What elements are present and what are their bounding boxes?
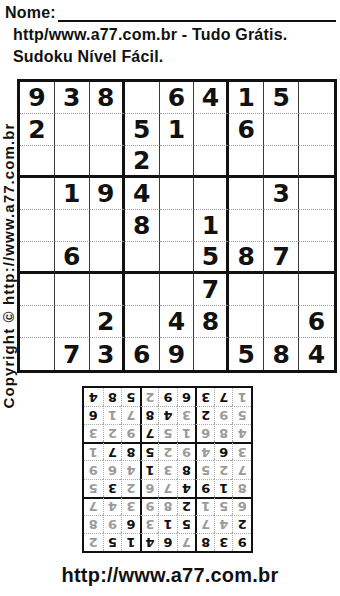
- solution-cell: 3: [195, 388, 214, 406]
- solution-cell: 9: [158, 388, 177, 406]
- solution-cell: 6: [232, 497, 251, 515]
- puzzle-cell: [90, 274, 125, 306]
- puzzle-cell: 3: [90, 338, 125, 370]
- solution-cell: 8: [158, 497, 177, 515]
- solution-cell: 4: [103, 497, 122, 515]
- solution-cell: 2: [177, 497, 196, 515]
- puzzle-cell: [125, 242, 160, 274]
- puzzle-cell: [264, 146, 299, 178]
- solution-cell: 9: [103, 515, 122, 533]
- solution-cell: 1: [121, 533, 140, 551]
- puzzle-cell: [125, 274, 160, 306]
- solution-cell: 9: [121, 424, 140, 442]
- solution-cell: 7: [121, 406, 140, 424]
- solution-cell: 6: [103, 460, 122, 478]
- puzzle-cell: 2: [90, 306, 125, 338]
- solution-cell: 2: [103, 424, 122, 442]
- puzzle-cell: [125, 82, 160, 114]
- solution-cell: 7: [158, 479, 177, 497]
- puzzle-cell: [160, 274, 195, 306]
- solution-cell: 8: [195, 533, 214, 551]
- puzzle-cell: 4: [299, 338, 334, 370]
- puzzle-cell: [55, 306, 90, 338]
- solution-cell: 3: [232, 442, 251, 460]
- solution-cell: 1: [158, 515, 177, 533]
- puzzle-cell: 5: [264, 82, 299, 114]
- solution-cell: 3: [121, 497, 140, 515]
- solution-cell: 3: [84, 424, 103, 442]
- solution-cell: 8: [103, 388, 122, 406]
- puzzle-cell: [299, 82, 334, 114]
- puzzle-cell: [90, 114, 125, 146]
- solution-cell: 4: [232, 424, 251, 442]
- puzzle-cell: [264, 274, 299, 306]
- puzzle-cell: 2: [20, 114, 55, 146]
- puzzle-cell: 8: [229, 242, 264, 274]
- solution-cell: 8: [84, 515, 103, 533]
- solution-cell: 5: [214, 497, 233, 515]
- solution-cell: 8: [214, 424, 233, 442]
- puzzle-cell: [229, 274, 264, 306]
- puzzle-cell: 6: [55, 242, 90, 274]
- solution-cell: 3: [177, 406, 196, 424]
- solution-cell: 1: [232, 388, 251, 406]
- puzzle-cell: [229, 306, 264, 338]
- solution-cell: 9: [177, 442, 196, 460]
- solution-cell: 9: [84, 460, 103, 478]
- puzzle-cell: 7: [264, 242, 299, 274]
- puzzle-cell: [264, 210, 299, 242]
- puzzle-cell: 7: [55, 338, 90, 370]
- puzzle-cell: [299, 114, 334, 146]
- puzzle-cell: 4: [160, 306, 195, 338]
- solution-cell: 6: [158, 533, 177, 551]
- solution-cell: 6: [177, 388, 196, 406]
- solution-cell: 5: [84, 479, 103, 497]
- solution-cell: 5: [121, 388, 140, 406]
- puzzle-cell: [299, 242, 334, 274]
- puzzle-cell: [299, 274, 334, 306]
- puzzle-cell: [194, 146, 229, 178]
- puzzle-cell: 3: [264, 178, 299, 210]
- solution-cell: 3: [103, 479, 122, 497]
- puzzle-cell: 5: [194, 242, 229, 274]
- puzzle-cell: [20, 178, 55, 210]
- solution-cell: 6: [214, 442, 233, 460]
- puzzle-cell: [160, 242, 195, 274]
- footer-url: http://www.a77.com.br: [0, 564, 340, 587]
- sudoku-board: 9386415251621943816587724867369584: [17, 79, 337, 373]
- solution-cell: 4: [158, 406, 177, 424]
- solution-cell: 7: [177, 533, 196, 551]
- solution-cell: 4: [84, 388, 103, 406]
- solution-cell: 5: [232, 406, 251, 424]
- solution-cell: 5: [158, 424, 177, 442]
- solution-cell: 6: [84, 406, 103, 424]
- solution-cell: 6: [140, 479, 159, 497]
- puzzle-cell: 4: [125, 178, 160, 210]
- sudoku-worksheet: Nome: http/www.a77.com.br - Tudo Grátis.…: [0, 0, 340, 596]
- puzzle-cell: [229, 146, 264, 178]
- solution-cell: 7: [195, 515, 214, 533]
- solution-cell: 2: [214, 460, 233, 478]
- solution-cell: 9: [140, 497, 159, 515]
- puzzle-cell: [20, 338, 55, 370]
- name-underline: [58, 6, 336, 22]
- puzzle-cell: 6: [229, 114, 264, 146]
- solution-cell: 1: [84, 442, 103, 460]
- solution-cell: 1: [140, 460, 159, 478]
- solution-cell: 2: [84, 533, 103, 551]
- solution-cell: 7: [232, 460, 251, 478]
- puzzle-cell: 9: [160, 338, 195, 370]
- puzzle-cell: [125, 306, 160, 338]
- solution-cell: 8: [121, 442, 140, 460]
- solution-cell: 9: [195, 479, 214, 497]
- puzzle-cell: [90, 242, 125, 274]
- puzzle-cell: 6: [160, 82, 195, 114]
- puzzle-cell: 6: [125, 338, 160, 370]
- puzzle-cell: 6: [299, 306, 334, 338]
- site-line: http/www.a77.com.br - Tudo Grátis.: [13, 26, 287, 44]
- puzzle-cell: [229, 178, 264, 210]
- solution-cell: 6: [121, 515, 140, 533]
- puzzle-cell: [20, 274, 55, 306]
- solution-cell: 2: [140, 388, 159, 406]
- solution-cell: 8: [232, 479, 251, 497]
- puzzle-cell: [299, 210, 334, 242]
- puzzle-cell: 8: [125, 210, 160, 242]
- puzzle-cell: 8: [194, 306, 229, 338]
- puzzle-cell: 8: [90, 82, 125, 114]
- solution-cell: 4: [177, 479, 196, 497]
- solution-cell: 4: [121, 460, 140, 478]
- puzzle-cell: [299, 146, 334, 178]
- puzzle-cell: 1: [229, 82, 264, 114]
- puzzle-cell: 8: [264, 338, 299, 370]
- solution-cell: 3: [214, 533, 233, 551]
- solution-cell: 5: [177, 515, 196, 533]
- solution-cell: 7: [214, 388, 233, 406]
- solution-cell: 2: [158, 442, 177, 460]
- name-row: Nome:: [5, 4, 336, 22]
- puzzle-cell: [264, 114, 299, 146]
- solution-cell: 2: [121, 479, 140, 497]
- puzzle-cell: 5: [229, 338, 264, 370]
- solution-cell: 5: [103, 533, 122, 551]
- puzzle-cell: 7: [194, 274, 229, 306]
- puzzle-cell: [55, 114, 90, 146]
- puzzle-cell: [20, 306, 55, 338]
- puzzle-cell: [229, 210, 264, 242]
- solution-cell: 9: [232, 533, 251, 551]
- puzzle-cell: 4: [194, 82, 229, 114]
- puzzle-cell: [299, 178, 334, 210]
- puzzle-cell: [55, 146, 90, 178]
- puzzle-cell: 9: [90, 178, 125, 210]
- solution-cell: 5: [140, 442, 159, 460]
- solution-cell: 4: [214, 515, 233, 533]
- solution-cell: 8: [177, 460, 196, 478]
- puzzle-cell: 3: [55, 82, 90, 114]
- solution-cell: 1: [195, 497, 214, 515]
- puzzle-cell: [20, 242, 55, 274]
- solution-cell: 7: [140, 424, 159, 442]
- solution-cell: 4: [140, 533, 159, 551]
- puzzle-cell: 1: [160, 114, 195, 146]
- puzzle-cell: 9: [20, 82, 55, 114]
- puzzle-cell: [20, 146, 55, 178]
- puzzle-cell: [90, 210, 125, 242]
- solution-cell: 3: [158, 460, 177, 478]
- puzzle-cell: [55, 210, 90, 242]
- solution-cell: 5: [195, 460, 214, 478]
- puzzle-cell: 1: [55, 178, 90, 210]
- puzzle-cell: [90, 146, 125, 178]
- puzzle-cell: 2: [125, 146, 160, 178]
- solution-cell: 1: [214, 479, 233, 497]
- puzzle-cell: [55, 274, 90, 306]
- puzzle-cell: [160, 210, 195, 242]
- solution-cell: 2: [232, 515, 251, 533]
- solution-cell: 1: [177, 424, 196, 442]
- puzzle-cell: 1: [194, 210, 229, 242]
- puzzle-cell: [194, 114, 229, 146]
- puzzle-cell: [160, 178, 195, 210]
- puzzle-title: Sudoku Nível Fácil.: [13, 48, 164, 66]
- solution-cell: 8: [140, 406, 159, 424]
- solution-cell: 2: [195, 406, 214, 424]
- solution-board-rotated: 9387641522475136986512893478194762357258…: [82, 386, 253, 553]
- solution-cell: 9: [214, 406, 233, 424]
- puzzle-cell: [194, 178, 229, 210]
- solution-cell: 1: [103, 406, 122, 424]
- name-label: Nome:: [5, 4, 56, 22]
- puzzle-cell: [194, 338, 229, 370]
- puzzle-cell: [160, 146, 195, 178]
- solution-cell: 7: [103, 442, 122, 460]
- solution-cell: 3: [140, 515, 159, 533]
- puzzle-cell: 5: [125, 114, 160, 146]
- solution-cell: 6: [195, 424, 214, 442]
- solution-cell: 7: [84, 497, 103, 515]
- copyright-text: Copyright © http://www.a77.com.br: [0, 96, 17, 436]
- solution-cell: 4: [195, 442, 214, 460]
- puzzle-cell: [20, 210, 55, 242]
- puzzle-cell: [264, 306, 299, 338]
